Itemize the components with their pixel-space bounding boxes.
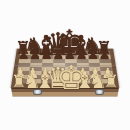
square-h1 bbox=[102, 79, 115, 83]
square-b1 bbox=[28, 79, 41, 83]
square-f1 bbox=[77, 79, 89, 83]
square-d1 bbox=[53, 79, 65, 83]
square-e1 bbox=[65, 79, 77, 83]
board-grid bbox=[16, 52, 115, 84]
square-a1 bbox=[16, 79, 29, 83]
clasp-right-icon bbox=[95, 89, 104, 95]
box-front-edge bbox=[11, 88, 119, 97]
square-g1 bbox=[89, 79, 102, 83]
square-c1 bbox=[40, 79, 52, 83]
clasp-left-icon bbox=[33, 89, 42, 95]
chess-board bbox=[11, 49, 119, 88]
product-photo: ♜♞♝♛♚♝♞♜♟♟♟♟♟♟♟♟♟♟♟♟♟♟♟♟♜♞♝♛♚♝♞♜ bbox=[0, 0, 130, 130]
